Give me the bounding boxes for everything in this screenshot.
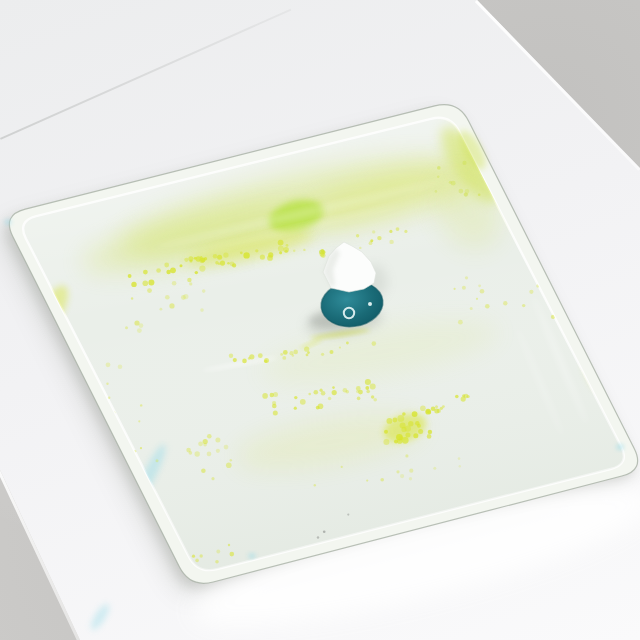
paint-speckle bbox=[405, 454, 408, 457]
paint-speckle bbox=[328, 397, 332, 401]
paint-speckle bbox=[128, 274, 132, 278]
paint-speckle bbox=[428, 430, 432, 434]
paint-speckle bbox=[465, 276, 468, 279]
paint-speckle bbox=[418, 429, 423, 434]
paint-speckle bbox=[332, 390, 337, 395]
paint-speckle bbox=[198, 441, 203, 446]
paint-speckle bbox=[320, 252, 325, 257]
paint-speckle bbox=[442, 405, 445, 408]
paint-speckle bbox=[461, 397, 466, 402]
paint-speckle bbox=[215, 560, 219, 564]
paint-speckle bbox=[458, 457, 461, 460]
paint-speckle bbox=[108, 397, 110, 399]
paint-speckle bbox=[294, 396, 297, 399]
paint-speckle bbox=[389, 230, 392, 233]
paint-speckle bbox=[218, 262, 221, 265]
paint-speckle bbox=[273, 411, 278, 416]
paint-speckle bbox=[462, 286, 466, 290]
paint-speckle bbox=[356, 234, 359, 237]
paint-speckle bbox=[608, 339, 611, 342]
paint-speckle bbox=[356, 390, 359, 393]
paint-speckle bbox=[220, 261, 225, 266]
paint-speckle bbox=[279, 251, 282, 254]
paint-speckle bbox=[332, 386, 335, 389]
paint-speckle bbox=[383, 439, 389, 445]
paint-speckle bbox=[404, 230, 407, 233]
paint-speckle bbox=[377, 236, 381, 240]
paint-speckle bbox=[357, 397, 361, 401]
paint-speckle bbox=[200, 554, 203, 557]
paint-speckle bbox=[396, 227, 400, 231]
paint-wash bbox=[5, 219, 12, 225]
paint-speckle bbox=[480, 289, 485, 294]
paint-speckle bbox=[280, 353, 283, 356]
paint-speckle bbox=[621, 313, 626, 318]
paint-speckle bbox=[397, 415, 404, 422]
paint-speckle bbox=[156, 459, 159, 462]
paint-speckle bbox=[270, 393, 274, 397]
paint-speckle bbox=[599, 326, 603, 330]
paint-speckle bbox=[476, 298, 478, 300]
paint-speckle bbox=[232, 263, 236, 267]
paint-speckle bbox=[314, 390, 319, 395]
paint-speckle bbox=[396, 470, 399, 473]
paint-speckle bbox=[437, 166, 441, 170]
paint-speckle bbox=[262, 393, 268, 399]
paint-speckle bbox=[106, 362, 111, 367]
photo-paint-palette bbox=[0, 0, 640, 640]
paint-speckle bbox=[330, 350, 334, 354]
paint-speckle bbox=[503, 301, 507, 305]
paint-wash bbox=[616, 444, 624, 450]
paint-speckle bbox=[458, 320, 463, 325]
paint-speckle bbox=[283, 247, 289, 253]
paint-speckle bbox=[428, 411, 431, 414]
paint-speckle bbox=[169, 303, 174, 308]
paint-speckle bbox=[300, 399, 306, 405]
paint-speckle bbox=[427, 434, 432, 439]
paint-speckle bbox=[485, 304, 490, 309]
paint-speckle bbox=[467, 395, 470, 398]
paint-speckle bbox=[592, 312, 597, 317]
paint-speckle bbox=[435, 190, 438, 193]
paint-speckle bbox=[189, 282, 192, 285]
paint-speckle bbox=[431, 406, 436, 411]
paint-speckle bbox=[400, 423, 406, 429]
paint-speckle bbox=[230, 552, 235, 557]
paint-speckle bbox=[321, 353, 324, 356]
paint-speckle bbox=[372, 341, 377, 346]
paint-speckle bbox=[372, 230, 375, 233]
paint-speckle bbox=[160, 308, 163, 311]
paint-speckle bbox=[228, 544, 230, 546]
paint-speckle bbox=[248, 357, 251, 360]
paint-speckle bbox=[183, 294, 188, 299]
paint-speckle bbox=[393, 418, 398, 423]
paint-speckle bbox=[366, 480, 368, 482]
paint-speckle bbox=[138, 420, 140, 422]
paint-speckle bbox=[194, 257, 197, 260]
paint-speckle bbox=[131, 282, 136, 287]
paint-speckle bbox=[172, 281, 177, 286]
paint-speckle bbox=[180, 264, 183, 267]
paint-speckle bbox=[323, 530, 326, 533]
paint-speckle bbox=[402, 412, 406, 416]
paint-speckle bbox=[405, 425, 411, 431]
paint-speckle bbox=[148, 279, 154, 285]
paint-speckle bbox=[412, 411, 418, 417]
paint-speckle bbox=[581, 300, 583, 302]
paint-speckle bbox=[341, 466, 343, 468]
paint-speckle bbox=[260, 255, 265, 260]
paint-speckle bbox=[264, 360, 267, 363]
paint-speckle bbox=[304, 347, 309, 352]
paint-speckle bbox=[320, 389, 323, 392]
paint-speckle bbox=[89, 425, 92, 428]
paint-speckle bbox=[192, 555, 195, 558]
paint-speckle bbox=[413, 433, 418, 438]
paint-speckle bbox=[590, 297, 594, 301]
paint-speckle bbox=[226, 463, 232, 469]
paint-speckle bbox=[134, 320, 139, 325]
paint-speckle bbox=[166, 270, 170, 274]
paint-speckle bbox=[435, 405, 438, 408]
paint-speckle bbox=[140, 404, 142, 406]
paint-wash bbox=[88, 602, 112, 633]
paint-speckle bbox=[217, 255, 222, 260]
paint-speckle bbox=[415, 421, 419, 425]
paint-speckle bbox=[455, 395, 459, 399]
paint-speckle bbox=[522, 304, 525, 307]
paint-speckle bbox=[195, 559, 199, 563]
paint-speckle bbox=[380, 478, 384, 482]
paint-speckle bbox=[268, 252, 273, 257]
paint-speckle bbox=[165, 295, 170, 300]
paint-speckle bbox=[588, 321, 591, 324]
paint-speckle bbox=[433, 467, 436, 470]
paint-speckle bbox=[216, 449, 220, 453]
paint-speckle bbox=[345, 390, 349, 394]
paint-speckle bbox=[156, 268, 161, 273]
paint-speckle bbox=[586, 327, 591, 332]
paint-speckle bbox=[240, 251, 243, 254]
paint-speckle bbox=[294, 407, 297, 410]
paint-speckle bbox=[292, 354, 294, 356]
palette-scene-svg bbox=[0, 0, 640, 640]
paint-speckle bbox=[272, 404, 277, 409]
paint-speckle bbox=[213, 254, 218, 259]
paint-speckle bbox=[449, 181, 452, 184]
paint-speckle bbox=[634, 360, 640, 366]
paint-speckle bbox=[211, 477, 214, 480]
paint-speckle bbox=[529, 290, 533, 294]
paint-speckle bbox=[195, 271, 198, 274]
paint-wash bbox=[248, 553, 256, 559]
paint-speckle bbox=[187, 278, 191, 282]
paint-speckle bbox=[347, 514, 349, 516]
paint-speckle bbox=[587, 284, 591, 288]
paint-speckle bbox=[318, 403, 324, 409]
paint-speckle bbox=[125, 326, 128, 329]
paint-speckle bbox=[462, 161, 466, 165]
paint-speckle bbox=[283, 350, 288, 355]
paint-speckle bbox=[459, 465, 461, 467]
paint-speckle bbox=[464, 193, 468, 197]
paint-speckle bbox=[258, 353, 263, 358]
paint-speckle bbox=[619, 292, 623, 296]
paint-speckle bbox=[608, 336, 611, 339]
paint-speckle bbox=[359, 247, 361, 249]
paint-speckle bbox=[255, 249, 258, 252]
paint-speckle bbox=[203, 443, 207, 447]
paint-speckle bbox=[223, 252, 228, 257]
paint-speckle bbox=[308, 393, 311, 396]
paint-speckle bbox=[346, 342, 349, 345]
paint-speckle bbox=[200, 308, 204, 312]
paint-speckle bbox=[227, 262, 230, 265]
paint-speckle bbox=[278, 240, 284, 246]
paint-speckle bbox=[314, 484, 316, 486]
paint-speckle bbox=[339, 347, 341, 349]
paint-speckle bbox=[371, 240, 373, 242]
blob-highlight-dot bbox=[368, 302, 372, 306]
paint-speckle bbox=[405, 432, 410, 437]
paint-speckle bbox=[612, 300, 615, 303]
paint-speckle bbox=[170, 267, 176, 273]
paint-speckle bbox=[611, 305, 614, 308]
paint-speckle bbox=[143, 280, 149, 286]
paint-speckle bbox=[199, 258, 204, 263]
paint-speckle bbox=[199, 266, 205, 272]
paint-speckle bbox=[409, 469, 413, 473]
paint-speckle bbox=[387, 418, 393, 424]
paint-speckle bbox=[118, 364, 123, 369]
paint-speckle bbox=[317, 536, 319, 538]
paint-speckle bbox=[593, 306, 596, 309]
paint-speckle bbox=[306, 354, 309, 357]
paint-speckle bbox=[243, 252, 249, 258]
paint-speckle bbox=[195, 451, 200, 456]
paint-speckle bbox=[470, 307, 473, 310]
paint-speckle bbox=[611, 332, 615, 336]
paint-speckle bbox=[201, 468, 206, 473]
paint-speckle bbox=[303, 249, 305, 251]
paint-speckle bbox=[293, 350, 298, 355]
paint-speckle bbox=[478, 193, 481, 196]
paint-speckle bbox=[189, 451, 193, 455]
paint-speckle bbox=[400, 474, 404, 478]
paint-speckle bbox=[188, 256, 193, 261]
paint-speckle bbox=[207, 452, 212, 457]
paint-speckle bbox=[224, 445, 229, 450]
paint-speckle bbox=[307, 351, 310, 354]
paint-speckle bbox=[454, 288, 456, 290]
paint-speckle bbox=[140, 447, 142, 449]
paint-speckle bbox=[437, 176, 439, 178]
paint-speckle bbox=[478, 284, 481, 287]
paint-wash bbox=[594, 330, 634, 385]
paint-speckle bbox=[611, 307, 615, 311]
paint-speckle bbox=[233, 358, 237, 362]
paint-speckle bbox=[356, 386, 361, 391]
paint-speckle bbox=[599, 363, 602, 366]
paint-speckle bbox=[365, 386, 369, 390]
paint-speckle bbox=[384, 430, 388, 434]
paint-speckle bbox=[587, 321, 590, 324]
paint-speckle bbox=[389, 240, 393, 244]
paint-speckle bbox=[420, 405, 426, 411]
paint-speckle bbox=[215, 438, 220, 443]
paint-speckle bbox=[370, 383, 376, 389]
paint-speckle bbox=[402, 437, 409, 444]
paint-speckle bbox=[184, 258, 188, 262]
paint-speckle bbox=[459, 189, 464, 194]
paint-speckle bbox=[371, 395, 374, 398]
paint-speckle bbox=[147, 288, 152, 293]
paint-speckle bbox=[137, 328, 142, 333]
paint-speckle bbox=[625, 311, 628, 314]
paint-speckle bbox=[139, 323, 144, 328]
paint-speckle bbox=[409, 477, 412, 480]
paint-speckle bbox=[615, 364, 618, 367]
paint-speckle bbox=[216, 550, 220, 554]
paint-speckle bbox=[229, 354, 233, 358]
paint-speckle bbox=[202, 289, 206, 293]
paint-speckle bbox=[242, 359, 247, 364]
paint-speckle bbox=[131, 297, 133, 299]
paint-speckle bbox=[143, 270, 148, 275]
paint-speckle bbox=[366, 390, 370, 394]
paint-speckle bbox=[207, 434, 212, 439]
paint-speckle bbox=[106, 383, 108, 385]
paint-speckle bbox=[365, 379, 371, 385]
paint-speckle bbox=[373, 398, 377, 402]
paint-speckle bbox=[164, 263, 169, 268]
paint-speckle bbox=[293, 250, 295, 252]
paint-speckle bbox=[286, 244, 289, 247]
paint-speckle bbox=[282, 356, 286, 360]
paint-speckle bbox=[230, 459, 232, 461]
paint-speckle bbox=[278, 246, 284, 252]
